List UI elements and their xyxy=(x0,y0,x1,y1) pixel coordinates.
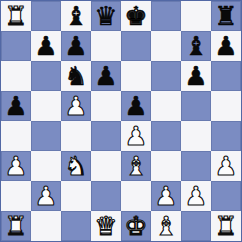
square-e1[interactable]: ♚ xyxy=(121,211,151,241)
square-c6[interactable]: ♞ xyxy=(61,61,91,91)
square-f7[interactable] xyxy=(151,31,181,61)
black-knight-icon[interactable]: ♞ xyxy=(64,61,87,91)
square-a4[interactable] xyxy=(1,121,31,151)
square-f4[interactable] xyxy=(151,121,181,151)
square-h6[interactable] xyxy=(211,61,241,91)
square-h2[interactable] xyxy=(211,181,241,211)
white-pawn-icon[interactable]: ♟ xyxy=(184,181,207,211)
square-g8[interactable] xyxy=(181,1,211,31)
square-a8[interactable]: ♜ xyxy=(1,1,31,31)
square-d8[interactable]: ♛ xyxy=(91,1,121,31)
square-d5[interactable] xyxy=(91,91,121,121)
square-d2[interactable] xyxy=(91,181,121,211)
square-c2[interactable] xyxy=(61,181,91,211)
white-rook-icon[interactable]: ♜ xyxy=(4,211,27,241)
white-pawn-icon[interactable]: ♟ xyxy=(64,91,87,121)
black-pawn-icon[interactable]: ♟ xyxy=(4,91,27,121)
black-pawn-icon[interactable]: ♟ xyxy=(34,31,57,61)
square-d4[interactable] xyxy=(91,121,121,151)
white-queen-icon[interactable]: ♛ xyxy=(94,211,117,241)
square-e6[interactable] xyxy=(121,61,151,91)
square-d7[interactable] xyxy=(91,31,121,61)
square-e8[interactable]: ♚ xyxy=(121,1,151,31)
square-g4[interactable] xyxy=(181,121,211,151)
square-c4[interactable] xyxy=(61,121,91,151)
white-pawn-icon[interactable]: ♟ xyxy=(154,181,177,211)
square-e4[interactable]: ♟ xyxy=(121,121,151,151)
square-h4[interactable] xyxy=(211,121,241,151)
square-d3[interactable] xyxy=(91,151,121,181)
white-pawn-icon[interactable]: ♟ xyxy=(124,121,147,151)
square-f1[interactable]: ♝ xyxy=(151,211,181,241)
square-b3[interactable] xyxy=(31,151,61,181)
square-g1[interactable] xyxy=(181,211,211,241)
square-b7[interactable]: ♟ xyxy=(31,31,61,61)
square-g6[interactable]: ♟ xyxy=(181,61,211,91)
square-g7[interactable]: ♝ xyxy=(181,31,211,61)
square-b6[interactable] xyxy=(31,61,61,91)
square-b4[interactable] xyxy=(31,121,61,151)
white-rook-icon[interactable]: ♜ xyxy=(214,211,237,241)
black-pawn-icon[interactable]: ♟ xyxy=(64,31,87,61)
square-b8[interactable] xyxy=(31,1,61,31)
square-h5[interactable] xyxy=(211,91,241,121)
square-a1[interactable]: ♜ xyxy=(1,211,31,241)
black-pawn-icon[interactable]: ♟ xyxy=(124,91,147,121)
square-f2[interactable]: ♟ xyxy=(151,181,181,211)
black-pawn-icon[interactable]: ♟ xyxy=(184,61,207,91)
square-e7[interactable] xyxy=(121,31,151,61)
square-b5[interactable] xyxy=(31,91,61,121)
square-e3[interactable]: ♝ xyxy=(121,151,151,181)
white-bishop-icon[interactable]: ♝ xyxy=(124,151,147,181)
square-d1[interactable]: ♛ xyxy=(91,211,121,241)
black-bishop-icon[interactable]: ♝ xyxy=(184,31,207,61)
square-e5[interactable]: ♟ xyxy=(121,91,151,121)
white-pawn-icon[interactable]: ♟ xyxy=(34,181,57,211)
black-pawn-icon[interactable]: ♟ xyxy=(94,61,117,91)
square-a3[interactable]: ♟ xyxy=(1,151,31,181)
chess-board: ♜♝♛♚♜♟♟♝♟♞♟♟♟♟♟♟♟♞♝♟♟♟♟♜♛♚♝♜ xyxy=(0,0,242,242)
square-h8[interactable]: ♜ xyxy=(211,1,241,31)
square-f5[interactable] xyxy=(151,91,181,121)
square-a6[interactable] xyxy=(1,61,31,91)
square-e2[interactable] xyxy=(121,181,151,211)
square-f8[interactable] xyxy=(151,1,181,31)
black-rook-icon[interactable]: ♜ xyxy=(214,1,237,31)
white-rook-icon[interactable]: ♜ xyxy=(4,1,27,31)
black-pawn-icon[interactable]: ♟ xyxy=(214,31,237,61)
square-c7[interactable]: ♟ xyxy=(61,31,91,61)
white-king-icon[interactable]: ♚ xyxy=(124,211,147,241)
white-pawn-icon[interactable]: ♟ xyxy=(4,151,27,181)
white-bishop-icon[interactable]: ♝ xyxy=(154,211,177,241)
square-h1[interactable]: ♜ xyxy=(211,211,241,241)
square-c1[interactable] xyxy=(61,211,91,241)
black-queen-icon[interactable]: ♛ xyxy=(94,1,117,31)
square-g5[interactable] xyxy=(181,91,211,121)
square-a2[interactable] xyxy=(1,181,31,211)
black-king-icon[interactable]: ♚ xyxy=(124,1,147,31)
black-bishop-icon[interactable]: ♝ xyxy=(64,1,87,31)
square-c8[interactable]: ♝ xyxy=(61,1,91,31)
square-h3[interactable]: ♟ xyxy=(211,151,241,181)
square-c5[interactable]: ♟ xyxy=(61,91,91,121)
white-pawn-icon[interactable]: ♟ xyxy=(214,151,237,181)
square-h7[interactable]: ♟ xyxy=(211,31,241,61)
square-g2[interactable]: ♟ xyxy=(181,181,211,211)
square-a5[interactable]: ♟ xyxy=(1,91,31,121)
square-b1[interactable] xyxy=(31,211,61,241)
square-a7[interactable] xyxy=(1,31,31,61)
square-f6[interactable] xyxy=(151,61,181,91)
square-d6[interactable]: ♟ xyxy=(91,61,121,91)
square-f3[interactable] xyxy=(151,151,181,181)
white-knight-icon[interactable]: ♞ xyxy=(64,151,87,181)
square-g3[interactable] xyxy=(181,151,211,181)
square-c3[interactable]: ♞ xyxy=(61,151,91,181)
square-b2[interactable]: ♟ xyxy=(31,181,61,211)
